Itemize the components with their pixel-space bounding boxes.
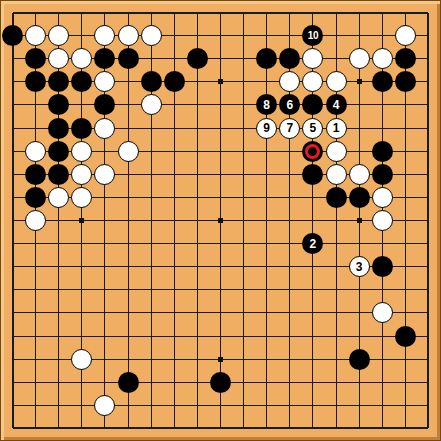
- point-L3: [232, 371, 255, 394]
- black-stone: [48, 141, 69, 162]
- point-Q12: [348, 163, 371, 186]
- black-stone: [71, 71, 92, 92]
- point-Q6: [348, 301, 371, 324]
- point-J16: [186, 70, 209, 93]
- point-T4: [417, 348, 440, 371]
- point-B5: [24, 324, 47, 347]
- point-O13: [301, 140, 324, 163]
- point-B17: [24, 47, 47, 70]
- point-R2: [371, 394, 394, 417]
- point-M12: [255, 163, 278, 186]
- point-B18: [24, 24, 47, 47]
- point-F15: [117, 93, 140, 116]
- point-D3: [70, 371, 93, 394]
- point-A3: [1, 371, 24, 394]
- point-H15: [163, 93, 186, 116]
- black-stone: [118, 372, 139, 393]
- point-M19: [255, 1, 278, 24]
- point-G6: [140, 301, 163, 324]
- point-Q19: [348, 1, 371, 24]
- point-G1: [140, 417, 163, 440]
- point-D13: [70, 140, 93, 163]
- point-H11: [163, 186, 186, 209]
- point-Q7: [348, 278, 371, 301]
- point-J11: [186, 186, 209, 209]
- white-stone: [141, 25, 162, 46]
- point-M16: [255, 70, 278, 93]
- point-E13: [93, 140, 116, 163]
- point-A6: [1, 301, 24, 324]
- point-K19: [209, 1, 232, 24]
- black-stone: [326, 187, 347, 208]
- point-A7: [1, 278, 24, 301]
- point-O10: [301, 209, 324, 232]
- point-E5: [93, 324, 116, 347]
- point-M17: [255, 47, 278, 70]
- point-E19: [93, 1, 116, 24]
- black-stone: [372, 71, 393, 92]
- point-S8: [394, 255, 417, 278]
- point-K14: [209, 117, 232, 140]
- point-N15: 6: [278, 93, 301, 116]
- point-M7: [255, 278, 278, 301]
- point-A19: [1, 1, 24, 24]
- point-O4: [301, 348, 324, 371]
- point-F17: [117, 47, 140, 70]
- point-Q16: [348, 70, 371, 93]
- point-C2: [47, 394, 70, 417]
- move-7-stone: 7: [279, 118, 300, 139]
- point-E1: [93, 417, 116, 440]
- point-D9: [70, 232, 93, 255]
- point-D6: [70, 301, 93, 324]
- point-T13: [417, 140, 440, 163]
- point-K3: [209, 371, 232, 394]
- point-O7: [301, 278, 324, 301]
- point-H1: [163, 417, 186, 440]
- point-B9: [24, 232, 47, 255]
- point-Q15: [348, 93, 371, 116]
- white-stone: [48, 25, 69, 46]
- point-J10: [186, 209, 209, 232]
- point-E14: [93, 117, 116, 140]
- point-N6: [278, 301, 301, 324]
- point-A1: [1, 417, 24, 440]
- star-point: [357, 79, 362, 84]
- point-Q2: [348, 394, 371, 417]
- move-10-stone: 10: [302, 25, 323, 46]
- point-L16: [232, 70, 255, 93]
- point-R4: [371, 348, 394, 371]
- point-G5: [140, 324, 163, 347]
- point-C17: [47, 47, 70, 70]
- point-C18: [47, 24, 70, 47]
- white-stone: [349, 164, 370, 185]
- point-R5: [371, 324, 394, 347]
- point-N12: [278, 163, 301, 186]
- point-C14: [47, 117, 70, 140]
- white-stone: [94, 118, 115, 139]
- point-B6: [24, 301, 47, 324]
- point-P14: 1: [324, 117, 347, 140]
- point-R14: [371, 117, 394, 140]
- white-stone: [372, 48, 393, 69]
- point-N4: [278, 348, 301, 371]
- point-R10: [371, 209, 394, 232]
- black-stone: [210, 372, 231, 393]
- point-F14: [117, 117, 140, 140]
- point-T18: [417, 24, 440, 47]
- point-S11: [394, 186, 417, 209]
- point-P16: [324, 70, 347, 93]
- point-H7: [163, 278, 186, 301]
- point-F10: [117, 209, 140, 232]
- point-P7: [324, 278, 347, 301]
- black-stone: [372, 256, 393, 277]
- point-L9: [232, 232, 255, 255]
- point-M10: [255, 209, 278, 232]
- point-H4: [163, 348, 186, 371]
- point-K16: [209, 70, 232, 93]
- point-C9: [47, 232, 70, 255]
- point-L7: [232, 278, 255, 301]
- point-H3: [163, 371, 186, 394]
- point-R9: [371, 232, 394, 255]
- point-S4: [394, 348, 417, 371]
- point-Q1: [348, 417, 371, 440]
- point-E17: [93, 47, 116, 70]
- point-R8: [371, 255, 394, 278]
- point-B15: [24, 93, 47, 116]
- point-E9: [93, 232, 116, 255]
- point-D15: [70, 93, 93, 116]
- point-D16: [70, 70, 93, 93]
- point-Q8: 3: [348, 255, 371, 278]
- move-3-stone: 3: [349, 256, 370, 277]
- point-Q11: [348, 186, 371, 209]
- point-O3: [301, 371, 324, 394]
- point-T11: [417, 186, 440, 209]
- point-B14: [24, 117, 47, 140]
- point-B13: [24, 140, 47, 163]
- black-stone: [71, 118, 92, 139]
- white-stone: [71, 48, 92, 69]
- white-stone: [94, 25, 115, 46]
- point-H2: [163, 394, 186, 417]
- point-H16: [163, 70, 186, 93]
- point-L5: [232, 324, 255, 347]
- point-B19: [24, 1, 47, 24]
- point-D5: [70, 324, 93, 347]
- point-L12: [232, 163, 255, 186]
- point-S14: [394, 117, 417, 140]
- white-stone: [48, 48, 69, 69]
- point-C4: [47, 348, 70, 371]
- point-K5: [209, 324, 232, 347]
- point-H6: [163, 301, 186, 324]
- move-8-stone: 8: [256, 94, 277, 115]
- point-S15: [394, 93, 417, 116]
- move-2-stone: 2: [302, 233, 323, 254]
- point-M2: [255, 394, 278, 417]
- point-D7: [70, 278, 93, 301]
- black-stone: [2, 25, 23, 46]
- point-J4: [186, 348, 209, 371]
- point-E4: [93, 348, 116, 371]
- point-O1: [301, 417, 324, 440]
- point-G14: [140, 117, 163, 140]
- point-P9: [324, 232, 347, 255]
- point-Q13: [348, 140, 371, 163]
- star-point: [218, 79, 223, 84]
- point-E11: [93, 186, 116, 209]
- star-point: [79, 218, 84, 223]
- black-stone: [141, 71, 162, 92]
- point-E12: [93, 163, 116, 186]
- point-Q18: [348, 24, 371, 47]
- point-M3: [255, 371, 278, 394]
- point-P4: [324, 348, 347, 371]
- point-B2: [24, 394, 47, 417]
- point-O2: [301, 394, 324, 417]
- point-P10: [324, 209, 347, 232]
- black-stone: [25, 71, 46, 92]
- white-stone: [372, 187, 393, 208]
- red-circle-mark: [305, 144, 320, 159]
- point-S19: [394, 1, 417, 24]
- black-stone: [372, 141, 393, 162]
- point-A14: [1, 117, 24, 140]
- point-M9: [255, 232, 278, 255]
- point-D4: [70, 348, 93, 371]
- point-O19: [301, 1, 324, 24]
- point-H13: [163, 140, 186, 163]
- point-M18: [255, 24, 278, 47]
- point-P2: [324, 394, 347, 417]
- star-point: [218, 357, 223, 362]
- point-Q14: [348, 117, 371, 140]
- move-5-stone: 5: [302, 118, 323, 139]
- point-S7: [394, 278, 417, 301]
- point-G18: [140, 24, 163, 47]
- point-R19: [371, 1, 394, 24]
- white-stone: [25, 25, 46, 46]
- point-N17: [278, 47, 301, 70]
- point-E10: [93, 209, 116, 232]
- point-S13: [394, 140, 417, 163]
- point-T5: [417, 324, 440, 347]
- point-N19: [278, 1, 301, 24]
- point-P3: [324, 371, 347, 394]
- point-G15: [140, 93, 163, 116]
- point-T1: [417, 417, 440, 440]
- white-stone: [326, 164, 347, 185]
- point-F11: [117, 186, 140, 209]
- move-1-stone: 1: [326, 118, 347, 139]
- point-S10: [394, 209, 417, 232]
- point-O5: [301, 324, 324, 347]
- black-stone: [187, 48, 208, 69]
- point-C6: [47, 301, 70, 324]
- point-P12: [324, 163, 347, 186]
- point-K9: [209, 232, 232, 255]
- point-M1: [255, 417, 278, 440]
- point-H5: [163, 324, 186, 347]
- point-R6: [371, 301, 394, 324]
- point-D17: [70, 47, 93, 70]
- point-H12: [163, 163, 186, 186]
- point-T19: [417, 1, 440, 24]
- point-A2: [1, 394, 24, 417]
- point-D8: [70, 255, 93, 278]
- point-F7: [117, 278, 140, 301]
- point-K12: [209, 163, 232, 186]
- white-stone: [279, 71, 300, 92]
- point-A4: [1, 348, 24, 371]
- white-stone: [141, 94, 162, 115]
- black-stone: [25, 48, 46, 69]
- point-O17: [301, 47, 324, 70]
- point-T17: [417, 47, 440, 70]
- point-N9: [278, 232, 301, 255]
- point-O14: 5: [301, 117, 324, 140]
- point-F9: [117, 232, 140, 255]
- point-C11: [47, 186, 70, 209]
- point-L8: [232, 255, 255, 278]
- point-L18: [232, 24, 255, 47]
- point-O15: [301, 93, 324, 116]
- white-stone: [71, 187, 92, 208]
- point-O11: [301, 186, 324, 209]
- point-L11: [232, 186, 255, 209]
- point-N14: 7: [278, 117, 301, 140]
- point-N16: [278, 70, 301, 93]
- point-R16: [371, 70, 394, 93]
- white-stone: [302, 71, 323, 92]
- go-board: 10864975123: [0, 0, 441, 441]
- point-C1: [47, 417, 70, 440]
- black-stone: [302, 164, 323, 185]
- point-D14: [70, 117, 93, 140]
- point-Q4: [348, 348, 371, 371]
- point-K18: [209, 24, 232, 47]
- point-L10: [232, 209, 255, 232]
- point-C5: [47, 324, 70, 347]
- point-T7: [417, 278, 440, 301]
- point-R17: [371, 47, 394, 70]
- point-S1: [394, 417, 417, 440]
- black-stone: [118, 48, 139, 69]
- black-stone: [302, 94, 323, 115]
- point-G10: [140, 209, 163, 232]
- black-stone: [48, 71, 69, 92]
- move-9-stone: 9: [256, 118, 277, 139]
- point-G4: [140, 348, 163, 371]
- point-K2: [209, 394, 232, 417]
- point-F1: [117, 417, 140, 440]
- white-stone: [372, 302, 393, 323]
- point-J13: [186, 140, 209, 163]
- point-E7: [93, 278, 116, 301]
- point-J6: [186, 301, 209, 324]
- point-T2: [417, 394, 440, 417]
- point-N8: [278, 255, 301, 278]
- point-C10: [47, 209, 70, 232]
- point-N7: [278, 278, 301, 301]
- point-A8: [1, 255, 24, 278]
- point-O12: [301, 163, 324, 186]
- point-F12: [117, 163, 140, 186]
- point-T14: [417, 117, 440, 140]
- white-stone: [71, 349, 92, 370]
- white-stone: [48, 187, 69, 208]
- point-P19: [324, 1, 347, 24]
- point-H14: [163, 117, 186, 140]
- point-A17: [1, 47, 24, 70]
- point-R11: [371, 186, 394, 209]
- point-C7: [47, 278, 70, 301]
- white-stone: [302, 48, 323, 69]
- point-E3: [93, 371, 116, 394]
- white-stone: [94, 395, 115, 416]
- point-C8: [47, 255, 70, 278]
- point-G9: [140, 232, 163, 255]
- board-grid: 10864975123: [1, 1, 440, 440]
- point-S16: [394, 70, 417, 93]
- point-B7: [24, 278, 47, 301]
- black-stone: [395, 71, 416, 92]
- point-T12: [417, 163, 440, 186]
- point-J18: [186, 24, 209, 47]
- point-P17: [324, 47, 347, 70]
- point-C15: [47, 93, 70, 116]
- black-stone: [256, 48, 277, 69]
- point-P15: 4: [324, 93, 347, 116]
- point-B12: [24, 163, 47, 186]
- point-K10: [209, 209, 232, 232]
- black-stone: [372, 164, 393, 185]
- white-stone: [25, 210, 46, 231]
- point-Q3: [348, 371, 371, 394]
- point-J17: [186, 47, 209, 70]
- white-stone: [395, 25, 416, 46]
- point-B10: [24, 209, 47, 232]
- point-G16: [140, 70, 163, 93]
- black-stone: [164, 71, 185, 92]
- point-P1: [324, 417, 347, 440]
- point-B1: [24, 417, 47, 440]
- point-S9: [394, 232, 417, 255]
- point-T9: [417, 232, 440, 255]
- point-D1: [70, 417, 93, 440]
- point-C16: [47, 70, 70, 93]
- point-L14: [232, 117, 255, 140]
- point-R1: [371, 417, 394, 440]
- white-stone: [25, 141, 46, 162]
- point-O6: [301, 301, 324, 324]
- point-C19: [47, 1, 70, 24]
- point-D2: [70, 394, 93, 417]
- point-C12: [47, 163, 70, 186]
- point-J8: [186, 255, 209, 278]
- point-M13: [255, 140, 278, 163]
- point-M8: [255, 255, 278, 278]
- point-K13: [209, 140, 232, 163]
- point-P11: [324, 186, 347, 209]
- point-L13: [232, 140, 255, 163]
- black-stone: [94, 94, 115, 115]
- point-D19: [70, 1, 93, 24]
